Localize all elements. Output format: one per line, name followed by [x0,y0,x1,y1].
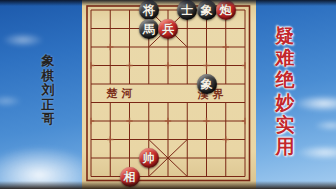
piece-glyph: 将 [143,4,155,16]
piece-glyph: 帅 [143,152,155,164]
piece-glyph: 馬 [143,23,155,35]
cloud [314,120,336,131]
red-general[interactable]: 帅 [139,148,159,168]
red-cannon[interactable]: 炮 [216,0,236,20]
channel-title: 象棋刘正哥 [42,54,55,127]
black-general[interactable]: 将 [139,0,159,20]
black-elephant[interactable]: 象 [197,74,217,94]
caption-title: 疑难绝妙实用 [276,24,295,157]
piece-glyph: 相 [124,171,136,183]
black-advisor[interactable]: 士 [177,0,197,20]
piece-glyph: 士 [181,4,193,16]
piece-glyph: 炮 [220,4,232,16]
red-soldier[interactable]: 兵 [158,19,178,39]
cloud [296,145,336,160]
cloud [293,95,336,112]
piece-glyph: 象 [201,78,213,90]
river-label-left: 楚河 [107,86,137,101]
video-frame: 象棋刘正哥 疑难绝妙实用 楚河 漢界 将士象炮馬兵象帅相 [0,0,336,189]
piece-glyph: 兵 [162,23,174,35]
black-elephant[interactable]: 象 [197,0,217,20]
black-horse[interactable]: 馬 [139,19,159,39]
xiangqi-board[interactable]: 楚河 漢界 将士象炮馬兵象帅相 [82,0,256,189]
piece-glyph: 象 [201,4,213,16]
red-elephant[interactable]: 相 [120,167,140,187]
cloud [0,95,22,107]
cloud [2,33,44,47]
